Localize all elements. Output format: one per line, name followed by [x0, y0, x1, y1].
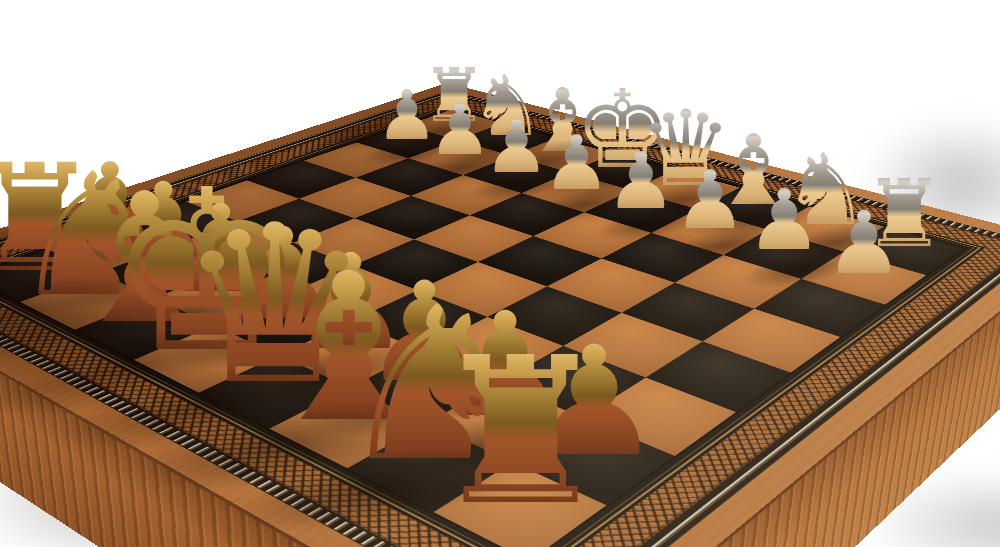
- photo-canvas: ♜♞♝♛♚♝♞♜♟♟♟♟♟♟♟♟♟♟♟♟♟♟♟♟♜♞♝♛♚♝♞♜: [0, 0, 1000, 547]
